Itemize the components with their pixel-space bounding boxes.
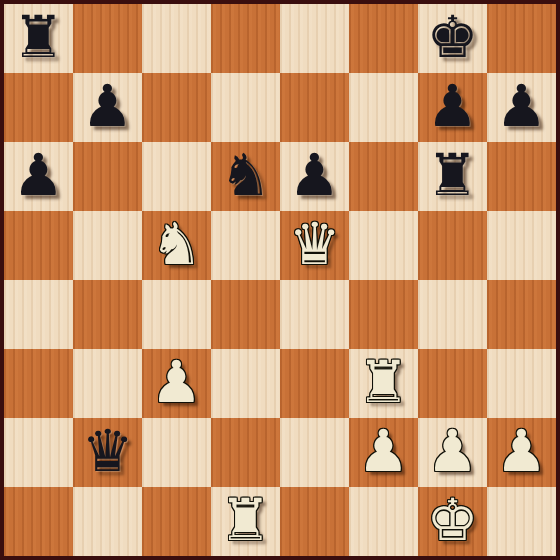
piece-black-pawn-e6[interactable]: ♟	[289, 146, 341, 204]
square-d3[interactable]	[211, 349, 280, 418]
square-d6[interactable]: ♞	[211, 142, 280, 211]
square-c7[interactable]	[142, 73, 211, 142]
piece-white-pawn-f2[interactable]: ♟	[358, 422, 410, 480]
square-a3[interactable]	[4, 349, 73, 418]
chess-diagram: ♜♚♟♟♟♟♞♟♜♞♛♟♜♛♟♟♟♜♚	[0, 0, 560, 560]
square-c5[interactable]: ♞	[142, 211, 211, 280]
square-f4[interactable]	[349, 280, 418, 349]
square-b5[interactable]	[73, 211, 142, 280]
square-h5[interactable]	[487, 211, 556, 280]
square-a2[interactable]	[4, 418, 73, 487]
piece-black-pawn-b7[interactable]: ♟	[82, 77, 134, 135]
square-e6[interactable]: ♟	[280, 142, 349, 211]
square-c8[interactable]	[142, 4, 211, 73]
square-a4[interactable]	[4, 280, 73, 349]
square-h6[interactable]	[487, 142, 556, 211]
square-c6[interactable]	[142, 142, 211, 211]
square-c4[interactable]	[142, 280, 211, 349]
piece-black-rook-a8[interactable]: ♜	[13, 8, 65, 66]
square-b6[interactable]	[73, 142, 142, 211]
square-e7[interactable]	[280, 73, 349, 142]
square-b3[interactable]	[73, 349, 142, 418]
square-c2[interactable]	[142, 418, 211, 487]
square-d4[interactable]	[211, 280, 280, 349]
square-h4[interactable]	[487, 280, 556, 349]
square-b7[interactable]: ♟	[73, 73, 142, 142]
square-h2[interactable]: ♟	[487, 418, 556, 487]
square-g1[interactable]: ♚	[418, 487, 487, 556]
square-f7[interactable]	[349, 73, 418, 142]
square-e3[interactable]	[280, 349, 349, 418]
piece-white-queen-e5[interactable]: ♛	[289, 215, 341, 273]
square-h1[interactable]	[487, 487, 556, 556]
square-d7[interactable]	[211, 73, 280, 142]
square-c3[interactable]: ♟	[142, 349, 211, 418]
square-b8[interactable]	[73, 4, 142, 73]
square-a1[interactable]	[4, 487, 73, 556]
square-g2[interactable]: ♟	[418, 418, 487, 487]
square-g8[interactable]: ♚	[418, 4, 487, 73]
square-h8[interactable]	[487, 4, 556, 73]
piece-white-pawn-c3[interactable]: ♟	[151, 353, 203, 411]
square-g6[interactable]: ♜	[418, 142, 487, 211]
piece-white-rook-f3[interactable]: ♜	[358, 353, 410, 411]
piece-white-knight-c5[interactable]: ♞	[151, 215, 203, 273]
square-a8[interactable]: ♜	[4, 4, 73, 73]
square-c1[interactable]	[142, 487, 211, 556]
square-b2[interactable]: ♛	[73, 418, 142, 487]
square-a6[interactable]: ♟	[4, 142, 73, 211]
square-b4[interactable]	[73, 280, 142, 349]
square-f1[interactable]	[349, 487, 418, 556]
chess-board: ♜♚♟♟♟♟♞♟♜♞♛♟♜♛♟♟♟♜♚	[0, 0, 560, 560]
square-g7[interactable]: ♟	[418, 73, 487, 142]
square-h7[interactable]: ♟	[487, 73, 556, 142]
piece-white-pawn-g2[interactable]: ♟	[427, 422, 479, 480]
square-a5[interactable]	[4, 211, 73, 280]
square-f2[interactable]: ♟	[349, 418, 418, 487]
square-e4[interactable]	[280, 280, 349, 349]
square-g5[interactable]	[418, 211, 487, 280]
piece-black-pawn-g7[interactable]: ♟	[427, 77, 479, 135]
piece-white-rook-d1[interactable]: ♜	[220, 491, 272, 549]
square-h3[interactable]	[487, 349, 556, 418]
square-a7[interactable]	[4, 73, 73, 142]
square-d8[interactable]	[211, 4, 280, 73]
piece-black-pawn-a6[interactable]: ♟	[13, 146, 65, 204]
square-b1[interactable]	[73, 487, 142, 556]
piece-black-rook-g6[interactable]: ♜	[427, 146, 479, 204]
square-d2[interactable]	[211, 418, 280, 487]
piece-white-pawn-h2[interactable]: ♟	[496, 422, 548, 480]
square-d1[interactable]: ♜	[211, 487, 280, 556]
square-e2[interactable]	[280, 418, 349, 487]
square-g4[interactable]	[418, 280, 487, 349]
square-f6[interactable]	[349, 142, 418, 211]
square-d5[interactable]	[211, 211, 280, 280]
square-e1[interactable]	[280, 487, 349, 556]
square-e8[interactable]	[280, 4, 349, 73]
square-g3[interactable]	[418, 349, 487, 418]
piece-black-king-g8[interactable]: ♚	[427, 8, 479, 66]
square-f8[interactable]	[349, 4, 418, 73]
piece-black-queen-b2[interactable]: ♛	[82, 422, 134, 480]
square-e5[interactable]: ♛	[280, 211, 349, 280]
piece-white-king-g1[interactable]: ♚	[427, 491, 479, 549]
square-f5[interactable]	[349, 211, 418, 280]
piece-black-pawn-h7[interactable]: ♟	[496, 77, 548, 135]
piece-black-knight-d6[interactable]: ♞	[220, 146, 272, 204]
square-f3[interactable]: ♜	[349, 349, 418, 418]
